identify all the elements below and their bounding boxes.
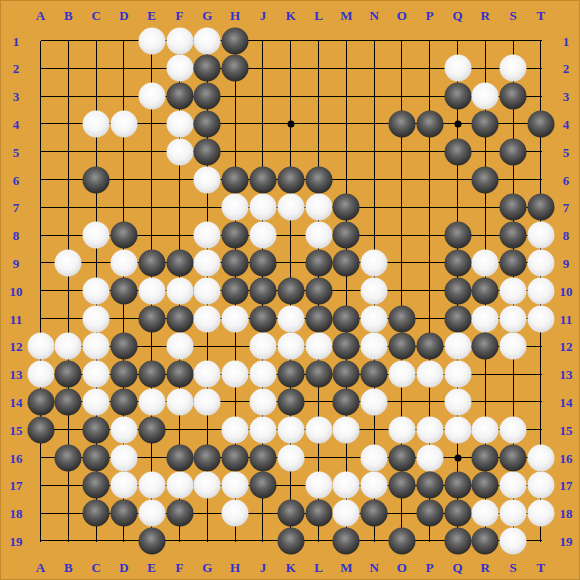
col-label-bottom-E: E [147,561,156,574]
stone-black-D12 [110,333,137,360]
stone-black-J9 [249,249,276,276]
col-label-top-F: F [176,9,184,22]
stone-black-C18 [83,500,110,527]
stone-black-J10 [249,277,276,304]
stone-white-J12 [249,333,276,360]
stone-white-E18 [138,500,165,527]
stone-white-Q2 [444,55,471,82]
stone-black-J6 [249,166,276,193]
stone-black-J16 [249,444,276,471]
stone-black-Q17 [444,472,471,499]
stone-white-E1 [138,27,165,54]
stone-black-S9 [500,249,527,276]
row-label-right-4: 4 [563,117,570,130]
goban[interactable]: AA11BB22CC33DD44EE55FF66GG77HH88JJ99KK10… [0,0,580,580]
col-label-top-T: T [537,9,546,22]
stone-white-C14 [83,388,110,415]
stone-black-F11 [166,305,193,332]
stone-white-E17 [138,472,165,499]
stone-black-M9 [333,249,360,276]
stone-white-K16 [277,444,304,471]
stone-white-T8 [527,222,554,249]
stone-white-N12 [361,333,388,360]
stone-white-N9 [361,249,388,276]
stone-white-J15 [249,416,276,443]
stone-black-Q3 [444,83,471,110]
col-label-top-D: D [119,9,128,22]
stone-white-J13 [249,361,276,388]
stone-white-T17 [527,472,554,499]
stone-white-D16 [110,444,137,471]
stone-black-H16 [222,444,249,471]
row-label-right-6: 6 [563,173,570,186]
stone-white-C11 [83,305,110,332]
stone-white-O13 [388,361,415,388]
stone-black-K13 [277,361,304,388]
stone-black-S16 [500,444,527,471]
stone-black-G16 [194,444,221,471]
col-label-top-C: C [91,9,100,22]
stone-black-H8 [222,222,249,249]
stone-black-N13 [361,361,388,388]
stone-black-Q9 [444,249,471,276]
row-label-right-11: 11 [560,312,572,325]
stone-white-D15 [110,416,137,443]
stone-black-D14 [110,388,137,415]
stone-black-K10 [277,277,304,304]
stone-black-B16 [55,444,82,471]
col-label-bottom-J: J [260,561,267,574]
stone-white-F12 [166,333,193,360]
stone-black-Q18 [444,500,471,527]
row-label-right-5: 5 [563,145,570,158]
row-label-left-6: 6 [13,173,20,186]
stone-white-S17 [500,472,527,499]
stone-black-F16 [166,444,193,471]
stone-white-F10 [166,277,193,304]
stone-white-T16 [527,444,554,471]
row-label-left-17: 17 [10,479,23,492]
stone-black-M8 [333,222,360,249]
stone-white-M17 [333,472,360,499]
stone-black-R19 [472,527,499,554]
stone-black-C17 [83,472,110,499]
stone-white-Q12 [444,333,471,360]
row-label-left-16: 16 [10,451,23,464]
grid-line-vertical-M [346,41,347,542]
stone-white-J14 [249,388,276,415]
stone-white-H18 [222,500,249,527]
grid-line-horizontal-1 [41,40,542,41]
stone-black-M13 [333,361,360,388]
stone-black-K19 [277,527,304,554]
row-label-right-17: 17 [560,479,573,492]
stone-white-C10 [83,277,110,304]
stone-white-G6 [194,166,221,193]
stone-white-G17 [194,472,221,499]
stone-black-R17 [472,472,499,499]
col-label-bottom-N: N [369,561,378,574]
row-label-right-8: 8 [563,229,570,242]
col-label-top-Q: Q [452,9,462,22]
stone-black-M19 [333,527,360,554]
stone-black-F9 [166,249,193,276]
stone-black-S8 [500,222,527,249]
stone-white-L12 [305,333,332,360]
row-label-left-9: 9 [13,256,20,269]
stone-black-D8 [110,222,137,249]
stone-black-L11 [305,305,332,332]
col-label-top-S: S [509,9,516,22]
stone-black-R6 [472,166,499,193]
stone-black-Q19 [444,527,471,554]
stone-white-P13 [416,361,443,388]
col-label-bottom-H: H [230,561,240,574]
row-label-right-15: 15 [560,423,573,436]
col-label-bottom-B: B [64,561,73,574]
stone-white-F5 [166,138,193,165]
stone-black-E9 [138,249,165,276]
stone-white-L17 [305,472,332,499]
stone-white-L7 [305,194,332,221]
stone-black-G4 [194,110,221,137]
stone-white-Q15 [444,416,471,443]
col-label-bottom-R: R [481,561,490,574]
stone-black-O17 [388,472,415,499]
stone-white-K15 [277,416,304,443]
stone-black-M14 [333,388,360,415]
stone-black-O4 [388,110,415,137]
stone-white-E3 [138,83,165,110]
col-label-bottom-S: S [509,561,516,574]
stone-white-R18 [472,500,499,527]
stone-white-H17 [222,472,249,499]
stone-black-A14 [27,388,54,415]
stone-white-N10 [361,277,388,304]
stone-black-P17 [416,472,443,499]
stone-white-M18 [333,500,360,527]
col-label-bottom-M: M [340,561,352,574]
stone-white-R9 [472,249,499,276]
stone-black-C15 [83,416,110,443]
stone-black-J17 [249,472,276,499]
stone-white-G9 [194,249,221,276]
stone-white-N16 [361,444,388,471]
row-label-left-5: 5 [13,145,20,158]
stone-black-T7 [527,194,554,221]
row-label-left-13: 13 [10,368,23,381]
row-label-right-18: 18 [560,507,573,520]
col-label-bottom-T: T [537,561,546,574]
stone-white-F4 [166,110,193,137]
row-label-left-19: 19 [10,534,23,547]
row-label-right-9: 9 [563,256,570,269]
col-label-bottom-L: L [314,561,323,574]
row-label-right-3: 3 [563,90,570,103]
stone-black-K18 [277,500,304,527]
stone-white-N17 [361,472,388,499]
stone-white-D17 [110,472,137,499]
col-label-bottom-K: K [286,561,296,574]
stone-black-E19 [138,527,165,554]
stone-black-N18 [361,500,388,527]
stone-white-N14 [361,388,388,415]
col-label-top-K: K [286,9,296,22]
stone-white-T10 [527,277,554,304]
stone-black-L18 [305,500,332,527]
col-label-top-J: J [260,9,267,22]
stone-black-E15 [138,416,165,443]
stone-white-C13 [83,361,110,388]
row-label-right-16: 16 [560,451,573,464]
stone-white-H11 [222,305,249,332]
col-label-top-A: A [36,9,45,22]
col-label-bottom-O: O [397,561,407,574]
stone-white-K7 [277,194,304,221]
col-label-top-N: N [369,9,378,22]
stone-black-D18 [110,500,137,527]
row-label-right-2: 2 [563,62,570,75]
stone-black-F3 [166,83,193,110]
stone-black-Q8 [444,222,471,249]
stone-white-H13 [222,361,249,388]
stone-black-L9 [305,249,332,276]
stone-black-O11 [388,305,415,332]
stone-black-G5 [194,138,221,165]
stone-white-C8 [83,222,110,249]
stone-black-R12 [472,333,499,360]
stone-white-G10 [194,277,221,304]
col-label-bottom-G: G [202,561,212,574]
stone-black-Q5 [444,138,471,165]
stone-black-O19 [388,527,415,554]
stone-white-G14 [194,388,221,415]
grid-line-vertical-A [40,41,41,542]
stone-white-B12 [55,333,82,360]
col-label-bottom-A: A [36,561,45,574]
col-label-top-G: G [202,9,212,22]
stone-white-M15 [333,416,360,443]
stone-white-E10 [138,277,165,304]
stone-black-H2 [222,55,249,82]
stone-white-K11 [277,305,304,332]
stone-white-D4 [110,110,137,137]
row-label-left-10: 10 [10,284,23,297]
row-label-right-12: 12 [560,340,573,353]
stone-white-F1 [166,27,193,54]
stone-white-D9 [110,249,137,276]
stone-black-K6 [277,166,304,193]
row-label-left-15: 15 [10,423,23,436]
stone-white-K12 [277,333,304,360]
stone-black-M12 [333,333,360,360]
row-label-right-1: 1 [563,34,570,47]
stone-black-H10 [222,277,249,304]
stone-black-Q11 [444,305,471,332]
row-label-right-7: 7 [563,201,570,214]
stone-white-S12 [500,333,527,360]
stone-black-T4 [527,110,554,137]
stone-white-A13 [27,361,54,388]
stone-white-F17 [166,472,193,499]
row-label-left-2: 2 [13,62,20,75]
stone-white-S11 [500,305,527,332]
stone-white-R15 [472,416,499,443]
stone-black-G3 [194,83,221,110]
stone-white-Q14 [444,388,471,415]
hoshi-Q4 [454,120,461,127]
stone-black-B14 [55,388,82,415]
stone-white-S10 [500,277,527,304]
row-label-right-13: 13 [560,368,573,381]
stone-black-S5 [500,138,527,165]
stone-black-H1 [222,27,249,54]
stone-black-K14 [277,388,304,415]
col-label-top-E: E [147,9,156,22]
hoshi-K4 [287,120,294,127]
stone-white-T11 [527,305,554,332]
stone-white-J8 [249,222,276,249]
stone-white-F2 [166,55,193,82]
stone-black-F13 [166,361,193,388]
stone-white-P15 [416,416,443,443]
row-label-left-18: 18 [10,507,23,520]
col-label-top-R: R [481,9,490,22]
row-label-left-7: 7 [13,201,20,214]
stone-white-H7 [222,194,249,221]
stone-black-E13 [138,361,165,388]
stone-black-L13 [305,361,332,388]
stone-black-R16 [472,444,499,471]
stone-black-O16 [388,444,415,471]
stone-white-R3 [472,83,499,110]
stone-black-J11 [249,305,276,332]
row-label-left-14: 14 [10,395,23,408]
col-label-top-B: B [64,9,73,22]
stone-white-S18 [500,500,527,527]
col-label-top-P: P [426,9,434,22]
stone-white-G11 [194,305,221,332]
stone-white-L8 [305,222,332,249]
stone-white-E14 [138,388,165,415]
stone-black-R4 [472,110,499,137]
stone-black-S7 [500,194,527,221]
col-label-bottom-F: F [176,561,184,574]
stone-black-M11 [333,305,360,332]
row-label-left-1: 1 [13,34,20,47]
col-label-top-O: O [397,9,407,22]
stone-white-L15 [305,416,332,443]
stone-black-C6 [83,166,110,193]
stone-white-S2 [500,55,527,82]
row-label-right-19: 19 [560,534,573,547]
stone-white-G13 [194,361,221,388]
stone-black-D13 [110,361,137,388]
stone-white-C4 [83,110,110,137]
stone-white-R11 [472,305,499,332]
stone-black-G2 [194,55,221,82]
row-label-left-4: 4 [13,117,20,130]
stone-black-C16 [83,444,110,471]
stone-black-P12 [416,333,443,360]
row-label-left-8: 8 [13,229,20,242]
stone-black-M7 [333,194,360,221]
col-label-top-L: L [314,9,323,22]
stone-white-Q13 [444,361,471,388]
stone-black-B13 [55,361,82,388]
stone-white-O15 [388,416,415,443]
stone-white-G1 [194,27,221,54]
col-label-bottom-P: P [426,561,434,574]
col-label-top-M: M [340,9,352,22]
stone-white-F14 [166,388,193,415]
stone-black-O12 [388,333,415,360]
stone-black-F18 [166,500,193,527]
stone-black-P4 [416,110,443,137]
stone-white-H15 [222,416,249,443]
stone-white-S15 [500,416,527,443]
stone-black-P18 [416,500,443,527]
hoshi-Q16 [454,454,461,461]
stone-white-N11 [361,305,388,332]
col-label-bottom-D: D [119,561,128,574]
stone-black-A15 [27,416,54,443]
stone-black-S3 [500,83,527,110]
stone-black-R10 [472,277,499,304]
row-label-left-12: 12 [10,340,23,353]
stone-white-J7 [249,194,276,221]
col-label-top-H: H [230,9,240,22]
stone-white-G8 [194,222,221,249]
stone-white-B9 [55,249,82,276]
stone-white-P16 [416,444,443,471]
stone-white-T18 [527,500,554,527]
stone-white-T9 [527,249,554,276]
row-label-left-3: 3 [13,90,20,103]
stone-black-H9 [222,249,249,276]
stone-white-S19 [500,527,527,554]
stone-black-H6 [222,166,249,193]
col-label-bottom-C: C [91,561,100,574]
stone-white-C12 [83,333,110,360]
stone-black-L10 [305,277,332,304]
row-label-right-10: 10 [560,284,573,297]
row-label-left-11: 11 [10,312,22,325]
stone-black-E11 [138,305,165,332]
stone-black-Q10 [444,277,471,304]
stone-black-L6 [305,166,332,193]
row-label-right-14: 14 [560,395,573,408]
stone-black-D10 [110,277,137,304]
col-label-bottom-Q: Q [452,561,462,574]
stone-white-A12 [27,333,54,360]
